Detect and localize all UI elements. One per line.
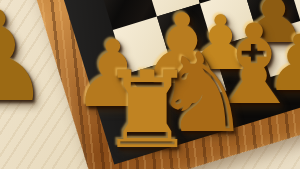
- photo-scene: ♟♟♜♞♟♟♝♟♟: [0, 0, 300, 169]
- pawn-piece-table[interactable]: ♟: [0, 0, 58, 119]
- rook-piece-c3[interactable]: ♜: [94, 58, 200, 164]
